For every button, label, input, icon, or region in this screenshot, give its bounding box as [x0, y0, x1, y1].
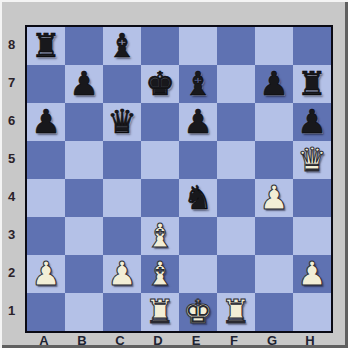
white-pawn[interactable]: ♟	[103, 255, 141, 293]
square-b7[interactable]: ♟	[65, 65, 103, 103]
square-e8[interactable]	[179, 27, 217, 65]
square-f1[interactable]: ♜	[217, 293, 255, 331]
black-pawn[interactable]: ♟	[255, 65, 293, 103]
square-h4[interactable]	[293, 179, 331, 217]
square-c7[interactable]	[103, 65, 141, 103]
square-g6[interactable]	[255, 103, 293, 141]
square-d3[interactable]: ♝	[141, 217, 179, 255]
square-a5[interactable]	[27, 141, 65, 179]
file-label-f: F	[215, 332, 253, 348]
square-g7[interactable]: ♟	[255, 65, 293, 103]
square-a8[interactable]: ♜	[27, 27, 65, 65]
rank-label-2: 2	[0, 253, 23, 291]
white-bishop[interactable]: ♝	[141, 217, 179, 255]
square-d8[interactable]	[141, 27, 179, 65]
black-pawn[interactable]: ♟	[65, 65, 103, 103]
rank-label-4: 4	[0, 177, 23, 215]
square-d7[interactable]: ♚	[141, 65, 179, 103]
square-c8[interactable]: ♝	[103, 27, 141, 65]
square-g3[interactable]	[255, 217, 293, 255]
white-king[interactable]: ♚	[179, 293, 217, 331]
file-label-d: D	[139, 332, 177, 348]
square-g2[interactable]	[255, 255, 293, 293]
square-d4[interactable]	[141, 179, 179, 217]
square-b4[interactable]	[65, 179, 103, 217]
square-h8[interactable]	[293, 27, 331, 65]
square-e4[interactable]: ♞	[179, 179, 217, 217]
file-label-e: E	[177, 332, 215, 348]
square-e1[interactable]: ♚	[179, 293, 217, 331]
rank-label-8: 8	[0, 25, 23, 63]
square-c5[interactable]	[103, 141, 141, 179]
black-bishop[interactable]: ♝	[179, 65, 217, 103]
square-b5[interactable]	[65, 141, 103, 179]
black-rook[interactable]: ♜	[27, 27, 65, 65]
white-queen[interactable]: ♛	[293, 141, 331, 179]
square-d2[interactable]: ♝	[141, 255, 179, 293]
square-a6[interactable]: ♟	[27, 103, 65, 141]
square-a3[interactable]	[27, 217, 65, 255]
white-bishop[interactable]: ♝	[141, 255, 179, 293]
chess-board-widget: ♜♝♟♚♝♟♜♟♛♟♟♛♞♟♝♟♟♝♟♜♚♜ 87654321 ABCDEFGH	[0, 0, 348, 348]
file-label-a: A	[25, 332, 63, 348]
square-b2[interactable]	[65, 255, 103, 293]
rank-label-7: 7	[0, 63, 23, 101]
square-h7[interactable]: ♜	[293, 65, 331, 103]
chess-board: ♜♝♟♚♝♟♜♟♛♟♟♛♞♟♝♟♟♝♟♜♚♜	[25, 25, 333, 333]
black-king[interactable]: ♚	[141, 65, 179, 103]
square-h5[interactable]: ♛	[293, 141, 331, 179]
square-e3[interactable]	[179, 217, 217, 255]
square-c6[interactable]: ♛	[103, 103, 141, 141]
black-knight[interactable]: ♞	[179, 179, 217, 217]
square-a2[interactable]: ♟	[27, 255, 65, 293]
square-e2[interactable]	[179, 255, 217, 293]
square-d1[interactable]: ♜	[141, 293, 179, 331]
square-c4[interactable]	[103, 179, 141, 217]
square-b6[interactable]	[65, 103, 103, 141]
square-f7[interactable]	[217, 65, 255, 103]
square-d5[interactable]	[141, 141, 179, 179]
rank-label-5: 5	[0, 139, 23, 177]
square-g5[interactable]	[255, 141, 293, 179]
square-c3[interactable]	[103, 217, 141, 255]
square-c1[interactable]	[103, 293, 141, 331]
square-f8[interactable]	[217, 27, 255, 65]
black-pawn[interactable]: ♟	[27, 103, 65, 141]
square-a4[interactable]	[27, 179, 65, 217]
black-pawn[interactable]: ♟	[293, 103, 331, 141]
square-b3[interactable]	[65, 217, 103, 255]
square-e6[interactable]: ♟	[179, 103, 217, 141]
square-g8[interactable]	[255, 27, 293, 65]
file-label-h: H	[291, 332, 329, 348]
file-label-b: B	[63, 332, 101, 348]
square-f2[interactable]	[217, 255, 255, 293]
square-e7[interactable]: ♝	[179, 65, 217, 103]
square-h1[interactable]	[293, 293, 331, 331]
white-rook[interactable]: ♜	[217, 293, 255, 331]
square-f5[interactable]	[217, 141, 255, 179]
file-label-c: C	[101, 332, 139, 348]
square-e5[interactable]	[179, 141, 217, 179]
rank-label-1: 1	[0, 291, 23, 329]
square-b1[interactable]	[65, 293, 103, 331]
square-g4[interactable]: ♟	[255, 179, 293, 217]
white-pawn[interactable]: ♟	[27, 255, 65, 293]
square-h2[interactable]: ♟	[293, 255, 331, 293]
white-rook[interactable]: ♜	[141, 293, 179, 331]
square-h6[interactable]: ♟	[293, 103, 331, 141]
file-label-g: G	[253, 332, 291, 348]
square-d6[interactable]	[141, 103, 179, 141]
square-h3[interactable]	[293, 217, 331, 255]
rank-label-6: 6	[0, 101, 23, 139]
square-a7[interactable]	[27, 65, 65, 103]
square-g1[interactable]	[255, 293, 293, 331]
square-f4[interactable]	[217, 179, 255, 217]
square-f3[interactable]	[217, 217, 255, 255]
square-f6[interactable]	[217, 103, 255, 141]
black-queen[interactable]: ♛	[103, 103, 141, 141]
square-a1[interactable]	[27, 293, 65, 331]
square-b8[interactable]	[65, 27, 103, 65]
black-pawn[interactable]: ♟	[179, 103, 217, 141]
white-pawn[interactable]: ♟	[293, 255, 331, 293]
rank-label-3: 3	[0, 215, 23, 253]
black-bishop[interactable]: ♝	[103, 27, 141, 65]
black-rook[interactable]: ♜	[293, 65, 331, 103]
square-c2[interactable]: ♟	[103, 255, 141, 293]
white-pawn[interactable]: ♟	[255, 179, 293, 217]
